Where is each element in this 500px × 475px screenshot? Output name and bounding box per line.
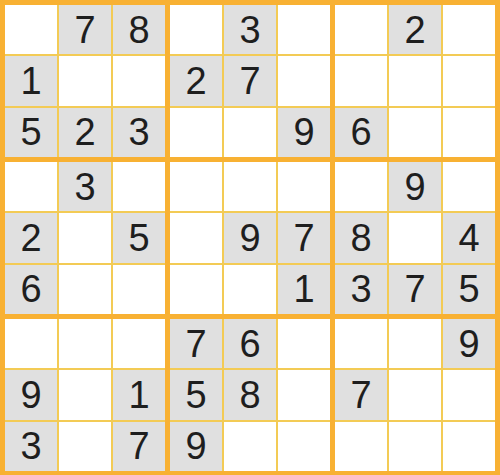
cell-r8c5-given[interactable]: 8 <box>224 370 276 419</box>
cell-r1c7-empty[interactable] <box>335 5 387 54</box>
cell-r9c9-empty[interactable] <box>443 422 495 471</box>
cell-r7c7-empty[interactable] <box>335 319 387 368</box>
cell-r4c6-empty[interactable] <box>278 162 330 211</box>
cell-r2c2-empty[interactable] <box>59 56 111 105</box>
cell-r6c9-given[interactable]: 5 <box>443 265 495 314</box>
cell-r8c8-empty[interactable] <box>389 370 441 419</box>
cell-r3c2-given[interactable]: 2 <box>59 108 111 157</box>
sudoku-box-5: 971 <box>170 162 330 314</box>
cell-r2c1-given[interactable]: 1 <box>5 56 57 105</box>
cell-r4c7-empty[interactable] <box>335 162 387 211</box>
sudoku-box-6: 984375 <box>335 162 495 314</box>
cell-r4c4-empty[interactable] <box>170 162 222 211</box>
cell-r8c3-given[interactable]: 1 <box>113 370 165 419</box>
cell-r1c1-empty[interactable] <box>5 5 57 54</box>
cell-r9c2-empty[interactable] <box>59 422 111 471</box>
cell-r4c9-empty[interactable] <box>443 162 495 211</box>
cell-r3c1-given[interactable]: 5 <box>5 108 57 157</box>
cell-r1c5-given[interactable]: 3 <box>224 5 276 54</box>
cell-r6c8-given[interactable]: 7 <box>389 265 441 314</box>
sudoku-box-7: 9137 <box>5 319 165 471</box>
cell-r1c3-given[interactable]: 8 <box>113 5 165 54</box>
cell-r7c3-empty[interactable] <box>113 319 165 368</box>
cell-r9c3-given[interactable]: 7 <box>113 422 165 471</box>
cell-r5c1-given[interactable]: 2 <box>5 213 57 262</box>
cell-r2c9-empty[interactable] <box>443 56 495 105</box>
cell-r8c7-given[interactable]: 7 <box>335 370 387 419</box>
cell-r7c9-given[interactable]: 9 <box>443 319 495 368</box>
cell-r7c2-empty[interactable] <box>59 319 111 368</box>
cell-r4c3-empty[interactable] <box>113 162 165 211</box>
cell-r3c9-empty[interactable] <box>443 108 495 157</box>
cell-r2c6-empty[interactable] <box>278 56 330 105</box>
cell-r4c1-empty[interactable] <box>5 162 57 211</box>
cell-r9c7-empty[interactable] <box>335 422 387 471</box>
sudoku-box-4: 3256 <box>5 162 165 314</box>
cell-r3c3-given[interactable]: 3 <box>113 108 165 157</box>
cell-r5c2-empty[interactable] <box>59 213 111 262</box>
cell-r9c1-given[interactable]: 3 <box>5 422 57 471</box>
cell-r2c5-given[interactable]: 7 <box>224 56 276 105</box>
cell-r5c5-given[interactable]: 9 <box>224 213 276 262</box>
cell-r7c1-empty[interactable] <box>5 319 57 368</box>
cell-r4c2-given[interactable]: 3 <box>59 162 111 211</box>
cell-r1c4-empty[interactable] <box>170 5 222 54</box>
cell-r5c6-given[interactable]: 7 <box>278 213 330 262</box>
sudoku-box-2: 3279 <box>170 5 330 157</box>
cell-r3c7-given[interactable]: 6 <box>335 108 387 157</box>
cell-r8c9-empty[interactable] <box>443 370 495 419</box>
cell-r3c6-given[interactable]: 9 <box>278 108 330 157</box>
cell-r3c5-empty[interactable] <box>224 108 276 157</box>
cell-r9c4-given[interactable]: 9 <box>170 422 222 471</box>
cell-r1c9-empty[interactable] <box>443 5 495 54</box>
cell-r7c5-given[interactable]: 6 <box>224 319 276 368</box>
cell-r6c5-empty[interactable] <box>224 265 276 314</box>
cell-r9c6-empty[interactable] <box>278 422 330 471</box>
cell-r7c8-empty[interactable] <box>389 319 441 368</box>
cell-r6c6-given[interactable]: 1 <box>278 265 330 314</box>
cell-r7c4-given[interactable]: 7 <box>170 319 222 368</box>
cell-r2c8-empty[interactable] <box>389 56 441 105</box>
cell-r5c9-given[interactable]: 4 <box>443 213 495 262</box>
cell-r1c2-given[interactable]: 7 <box>59 5 111 54</box>
cell-r5c7-given[interactable]: 8 <box>335 213 387 262</box>
cell-r1c8-given[interactable]: 2 <box>389 5 441 54</box>
cell-r2c3-empty[interactable] <box>113 56 165 105</box>
cell-r8c4-given[interactable]: 5 <box>170 370 222 419</box>
cell-r2c4-given[interactable]: 2 <box>170 56 222 105</box>
sudoku-box-3: 26 <box>335 5 495 157</box>
cell-r6c1-given[interactable]: 6 <box>5 265 57 314</box>
cell-r5c4-empty[interactable] <box>170 213 222 262</box>
cell-r8c1-given[interactable]: 9 <box>5 370 57 419</box>
cell-r3c4-empty[interactable] <box>170 108 222 157</box>
cell-r8c2-empty[interactable] <box>59 370 111 419</box>
cell-r2c7-empty[interactable] <box>335 56 387 105</box>
cell-r1c6-empty[interactable] <box>278 5 330 54</box>
cell-r4c8-given[interactable]: 9 <box>389 162 441 211</box>
cell-r9c5-empty[interactable] <box>224 422 276 471</box>
cell-r5c3-given[interactable]: 5 <box>113 213 165 262</box>
sudoku-board: 781523327926325697198437591377658997 <box>0 0 500 475</box>
cell-r9c8-empty[interactable] <box>389 422 441 471</box>
cell-r6c2-empty[interactable] <box>59 265 111 314</box>
sudoku-box-9: 97 <box>335 319 495 471</box>
cell-r8c6-empty[interactable] <box>278 370 330 419</box>
cell-r4c5-empty[interactable] <box>224 162 276 211</box>
cell-r7c6-empty[interactable] <box>278 319 330 368</box>
cell-r6c4-empty[interactable] <box>170 265 222 314</box>
cell-r6c3-empty[interactable] <box>113 265 165 314</box>
cell-r3c8-empty[interactable] <box>389 108 441 157</box>
sudoku-box-8: 76589 <box>170 319 330 471</box>
cell-r5c8-empty[interactable] <box>389 213 441 262</box>
sudoku-box-1: 781523 <box>5 5 165 157</box>
cell-r6c7-given[interactable]: 3 <box>335 265 387 314</box>
